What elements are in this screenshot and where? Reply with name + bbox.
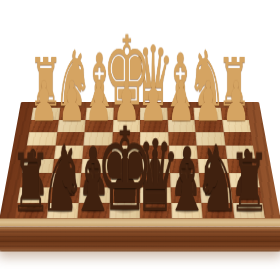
piece-white-pawn-a2[interactable]: ♟: [222, 74, 249, 129]
chess-photo-scene: ♜♞♝♛♚♝♞♜♟♟♟♟♟♟♟♟♟♟♟♟♟♟♟♟♜♞♝♛♚♝♞♜: [0, 0, 280, 280]
piece-black-rook-h8[interactable]: ♜: [11, 144, 51, 224]
piece-white-pawn-b2[interactable]: ♟: [195, 74, 222, 129]
piece-white-pawn-g2[interactable]: ♟: [58, 74, 85, 129]
piece-white-pawn-h2[interactable]: ♟: [30, 74, 57, 129]
pieces-layer: ♜♞♝♛♚♝♞♜♟♟♟♟♟♟♟♟♟♟♟♟♟♟♟♟♜♞♝♛♚♝♞♜: [0, 102, 280, 227]
board-front-edge: [0, 227, 280, 252]
chessboard: ♜♞♝♛♚♝♞♜♟♟♟♟♟♟♟♟♟♟♟♟♟♟♟♟♜♞♝♛♚♝♞♜: [0, 102, 280, 227]
board-perspective-wrap: ♜♞♝♛♚♝♞♜♟♟♟♟♟♟♟♟♟♟♟♟♟♟♟♟♜♞♝♛♚♝♞♜: [0, 0, 280, 280]
